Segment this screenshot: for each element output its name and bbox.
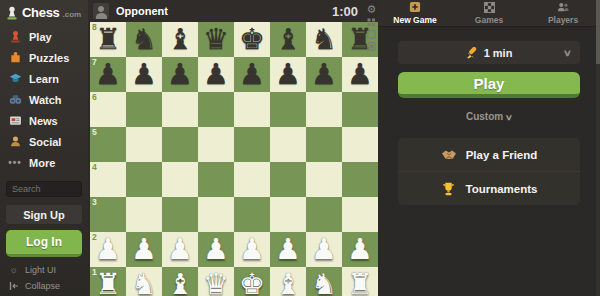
square-g2[interactable]: ♟ xyxy=(306,232,342,267)
square-a7[interactable]: 7♟ xyxy=(90,57,126,92)
square-f2[interactable]: ♟ xyxy=(270,232,306,267)
bullet-icon xyxy=(466,47,478,59)
focus-mode-icon[interactable] xyxy=(367,30,376,39)
square-c2[interactable]: ♟ xyxy=(162,232,198,267)
square-b6[interactable] xyxy=(126,92,162,127)
square-a8[interactable]: 8♜ xyxy=(90,22,126,57)
rank-label: 7 xyxy=(92,58,97,67)
square-e4[interactable] xyxy=(234,162,270,197)
square-c3[interactable] xyxy=(162,197,198,232)
players-people-icon xyxy=(557,1,569,13)
newspaper-icon xyxy=(8,114,22,128)
square-h5[interactable] xyxy=(342,127,378,162)
new-game-plus-icon xyxy=(409,1,421,13)
rank-label: 2 xyxy=(92,233,97,242)
white-pawn: ♟ xyxy=(306,232,342,267)
tab-label: Games xyxy=(475,15,503,25)
square-c8[interactable]: ♝ xyxy=(162,22,198,57)
rank-label: 4 xyxy=(92,163,97,172)
square-e8[interactable]: ♚ xyxy=(234,22,270,57)
square-d2[interactable]: ♟ xyxy=(198,232,234,267)
log-in-button[interactable]: Log In xyxy=(6,230,82,257)
custom-link[interactable]: Custom∨ xyxy=(378,111,600,122)
tab-label: Players xyxy=(548,15,578,25)
opponent-clock: 1:00 xyxy=(332,4,358,19)
square-b5[interactable] xyxy=(126,127,162,162)
square-d8[interactable]: ♛ xyxy=(198,22,234,57)
square-f3[interactable] xyxy=(270,197,306,232)
brand-name: Chess xyxy=(22,5,60,20)
tab-games[interactable]: Games xyxy=(452,0,526,26)
chess-board[interactable]: 8♜♞♝♛♚♝♞♜7♟♟♟♟♟♟♟♟65432♟♟♟♟♟♟♟♟1♜♞♝♛♚♝♞♜ xyxy=(90,22,378,296)
search-input[interactable] xyxy=(6,181,82,197)
option-label: Tournaments xyxy=(466,183,538,195)
square-h3[interactable] xyxy=(342,197,378,232)
tournaments-button[interactable]: Tournaments xyxy=(398,171,580,205)
options-card: Play a Friend Tournaments xyxy=(398,138,580,205)
sidebar-footer: ☼ Light UI Collapse xyxy=(8,264,60,291)
black-pawn: ♟ xyxy=(126,57,162,92)
sidebar-item-social[interactable]: Social xyxy=(0,131,88,152)
time-control-value: 1 min xyxy=(484,47,513,59)
square-g6[interactable] xyxy=(306,92,342,127)
square-a2[interactable]: 2♟ xyxy=(90,232,126,267)
square-f7[interactable]: ♟ xyxy=(270,57,306,92)
custom-label: Custom xyxy=(466,111,503,122)
chevron-down-icon: ∨ xyxy=(505,113,513,122)
sidebar-item-news[interactable]: News xyxy=(0,110,88,131)
white-pawn: ♟ xyxy=(270,232,306,267)
black-knight: ♞ xyxy=(126,22,162,57)
scrollbar-track[interactable] xyxy=(596,0,600,296)
graduation-cap-icon xyxy=(8,72,22,86)
square-c5[interactable] xyxy=(162,127,198,162)
square-b3[interactable] xyxy=(126,197,162,232)
square-e7[interactable]: ♟ xyxy=(234,57,270,92)
rank-label: 1 xyxy=(92,268,97,277)
black-pawn: ♟ xyxy=(342,57,378,92)
light-ui-label: Light UI xyxy=(25,265,56,275)
square-d1[interactable]: ♛ xyxy=(198,267,234,296)
square-d7[interactable]: ♟ xyxy=(198,57,234,92)
square-h1[interactable]: ♜ xyxy=(342,267,378,296)
black-bishop: ♝ xyxy=(162,22,198,57)
black-pawn: ♟ xyxy=(234,57,270,92)
chesscom-app: Chess .com Play Puzzles Learn xyxy=(0,0,600,296)
black-pawn: ♟ xyxy=(162,57,198,92)
more-dots-icon: ••• xyxy=(8,156,22,170)
brand-tld: .com xyxy=(63,10,82,19)
time-control-select[interactable]: 1 min ∨ xyxy=(398,41,580,64)
chevron-down-icon: ∨ xyxy=(563,48,572,58)
sidebar-item-play[interactable]: Play xyxy=(0,26,88,47)
sidebar-item-label: News xyxy=(29,115,58,127)
square-b4[interactable] xyxy=(126,162,162,197)
square-e1[interactable]: ♚ xyxy=(234,267,270,296)
square-b1[interactable]: ♞ xyxy=(126,267,162,296)
white-pawn: ♟ xyxy=(126,232,162,267)
square-c1[interactable]: ♝ xyxy=(162,267,198,296)
square-c4[interactable] xyxy=(162,162,198,197)
handshake-icon xyxy=(441,147,457,163)
black-bishop: ♝ xyxy=(270,22,306,57)
sidebar-item-label: Learn xyxy=(29,73,59,85)
scrollbar-thumb[interactable] xyxy=(596,0,600,64)
tab-new-game[interactable]: New Game xyxy=(378,0,452,26)
square-d6[interactable] xyxy=(198,92,234,127)
sidebar-item-label: Watch xyxy=(29,94,62,106)
square-g4[interactable] xyxy=(306,162,342,197)
square-a4[interactable]: 4 xyxy=(90,162,126,197)
square-f8[interactable]: ♝ xyxy=(270,22,306,57)
collapse-icon xyxy=(8,280,19,291)
square-d5[interactable] xyxy=(198,127,234,162)
square-d4[interactable] xyxy=(198,162,234,197)
white-bishop: ♝ xyxy=(270,267,306,296)
board-side-icons: ⚙ xyxy=(365,4,378,51)
square-a5[interactable]: 5 xyxy=(90,127,126,162)
square-c6[interactable] xyxy=(162,92,198,127)
play-button[interactable]: Play xyxy=(398,72,580,98)
person-icon xyxy=(8,135,22,149)
square-g5[interactable] xyxy=(306,127,342,162)
square-e2[interactable]: ♟ xyxy=(234,232,270,267)
opponent-avatar[interactable] xyxy=(93,3,109,19)
collapse-label: Collapse xyxy=(25,281,60,291)
square-b2[interactable]: ♟ xyxy=(126,232,162,267)
sidebar-item-more[interactable]: ••• More xyxy=(0,152,88,173)
square-a6[interactable]: 6 xyxy=(90,92,126,127)
white-bishop: ♝ xyxy=(162,267,198,296)
white-pawn: ♟ xyxy=(162,232,198,267)
sidebar-item-watch[interactable]: Watch xyxy=(0,89,88,110)
sidebar-item-label: Play xyxy=(29,31,52,43)
sidebar-item-label: Puzzles xyxy=(29,52,69,64)
square-c7[interactable]: ♟ xyxy=(162,57,198,92)
light-ui-sun-icon: ☼ xyxy=(8,264,19,275)
rank-label: 3 xyxy=(92,198,97,207)
white-king: ♚ xyxy=(234,267,270,296)
black-pawn: ♟ xyxy=(198,57,234,92)
square-h6[interactable] xyxy=(342,92,378,127)
settings-gear-icon[interactable]: ⚙ xyxy=(367,4,377,15)
sidebar-item-label: Social xyxy=(29,136,61,148)
square-f1[interactable]: ♝ xyxy=(270,267,306,296)
opponent-bar: Opponent 1:00 xyxy=(88,0,378,22)
black-pawn: ♟ xyxy=(306,57,342,92)
square-f4[interactable] xyxy=(270,162,306,197)
search-wrap xyxy=(6,178,82,197)
square-g8[interactable]: ♞ xyxy=(306,22,342,57)
square-e6[interactable] xyxy=(234,92,270,127)
white-knight: ♞ xyxy=(306,267,342,296)
sidebar-item-label: More xyxy=(29,157,55,169)
sidebar-item-puzzles[interactable]: Puzzles xyxy=(0,47,88,68)
square-g7[interactable]: ♟ xyxy=(306,57,342,92)
sign-up-button[interactable]: Sign Up xyxy=(6,205,82,224)
board-layout-icon[interactable] xyxy=(367,18,376,27)
theater-mode-icon[interactable] xyxy=(367,42,376,51)
play-a-friend-button[interactable]: Play a Friend xyxy=(398,138,580,171)
light-ui-toggle[interactable]: ☼ Light UI xyxy=(8,264,60,275)
white-pawn: ♟ xyxy=(342,232,378,267)
binoculars-icon xyxy=(8,93,22,107)
square-b7[interactable]: ♟ xyxy=(126,57,162,92)
black-queen: ♛ xyxy=(198,22,234,57)
chess-board-grid: 8♜♞♝♛♚♝♞♜7♟♟♟♟♟♟♟♟65432♟♟♟♟♟♟♟♟1♜♞♝♛♚♝♞♜ xyxy=(90,22,378,296)
square-b8[interactable]: ♞ xyxy=(126,22,162,57)
white-pawn: ♟ xyxy=(198,232,234,267)
games-board-icon xyxy=(483,1,495,13)
option-label: Play a Friend xyxy=(466,149,538,161)
trophy-icon xyxy=(441,181,457,197)
opponent-name: Opponent xyxy=(116,5,168,17)
black-pawn: ♟ xyxy=(270,57,306,92)
white-queen: ♛ xyxy=(198,267,234,296)
rank-label: 8 xyxy=(92,23,97,32)
black-king: ♚ xyxy=(234,22,270,57)
black-knight: ♞ xyxy=(306,22,342,57)
square-f5[interactable] xyxy=(270,127,306,162)
puzzle-piece-icon xyxy=(8,51,22,65)
square-a3[interactable]: 3 xyxy=(90,197,126,232)
square-h4[interactable] xyxy=(342,162,378,197)
chesscom-pawn-logo-icon xyxy=(5,6,19,20)
sidebar-item-learn[interactable]: Learn xyxy=(0,68,88,89)
square-g3[interactable] xyxy=(306,197,342,232)
square-e3[interactable] xyxy=(234,197,270,232)
chesscom-logo[interactable]: Chess .com xyxy=(0,0,88,23)
square-g1[interactable]: ♞ xyxy=(306,267,342,296)
new-game-panel: New Game Games Players 1 min ∨ Play xyxy=(378,0,600,296)
sidebar: Chess .com Play Puzzles Learn xyxy=(0,0,88,296)
white-pawn: ♟ xyxy=(234,232,270,267)
square-f6[interactable] xyxy=(270,92,306,127)
panel-tabs: New Game Games Players xyxy=(378,0,600,27)
sidebar-nav: Play Puzzles Learn Watch xyxy=(0,26,88,173)
rank-label: 5 xyxy=(92,128,97,137)
square-d3[interactable] xyxy=(198,197,234,232)
square-a1[interactable]: 1♜ xyxy=(90,267,126,296)
square-h7[interactable]: ♟ xyxy=(342,57,378,92)
square-e5[interactable] xyxy=(234,127,270,162)
collapse-sidebar-button[interactable]: Collapse xyxy=(8,280,60,291)
square-h2[interactable]: ♟ xyxy=(342,232,378,267)
rank-label: 6 xyxy=(92,93,97,102)
white-rook: ♜ xyxy=(342,267,378,296)
tab-label: New Game xyxy=(393,15,436,25)
tab-players[interactable]: Players xyxy=(526,0,600,26)
white-knight: ♞ xyxy=(126,267,162,296)
play-pawn-icon xyxy=(8,30,22,44)
